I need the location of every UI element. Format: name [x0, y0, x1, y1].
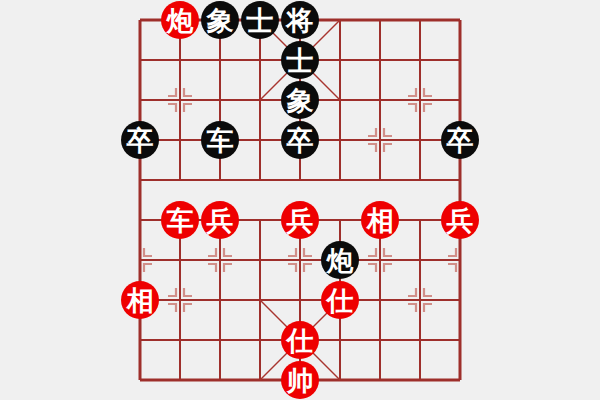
- board-cell: 车: [160, 200, 200, 240]
- board-cell: 车: [200, 120, 240, 160]
- board-cell: 士: [280, 40, 320, 80]
- piece-red-soldier[interactable]: 兵: [441, 201, 479, 239]
- board-cell: 帅: [280, 360, 320, 400]
- piece-red-elephant[interactable]: 相: [361, 201, 399, 239]
- piece-black-soldier[interactable]: 卒: [281, 121, 319, 159]
- piece-black-advisor[interactable]: 士: [241, 1, 279, 39]
- piece-grid: 炮象士将士象卒车卒卒车兵兵相兵炮相仕仕帅: [120, 0, 480, 400]
- board-cell: 相: [120, 280, 160, 320]
- piece-red-advisor[interactable]: 仕: [281, 321, 319, 359]
- piece-black-elephant[interactable]: 象: [201, 1, 239, 39]
- piece-red-soldier[interactable]: 兵: [281, 201, 319, 239]
- piece-red-general[interactable]: 帅: [281, 361, 319, 399]
- board-cell: 卒: [280, 120, 320, 160]
- board-cell: 士: [240, 0, 280, 40]
- xiangqi-board: 炮象士将士象卒车卒卒车兵兵相兵炮相仕仕帅: [0, 0, 600, 400]
- board-cell: 象: [280, 80, 320, 120]
- board-cell: 兵: [200, 200, 240, 240]
- board-cell: 象: [200, 0, 240, 40]
- piece-red-chariot[interactable]: 车: [161, 201, 199, 239]
- piece-red-cannon[interactable]: 炮: [161, 1, 199, 39]
- board-cell: 炮: [160, 0, 200, 40]
- piece-black-soldier[interactable]: 卒: [441, 121, 479, 159]
- board-cell: 相: [360, 200, 400, 240]
- board-cell: 卒: [440, 120, 480, 160]
- board-cell: 将: [280, 0, 320, 40]
- board-cell: 兵: [280, 200, 320, 240]
- piece-red-advisor[interactable]: 仕: [321, 281, 359, 319]
- piece-black-general[interactable]: 将: [281, 1, 319, 39]
- piece-black-soldier[interactable]: 卒: [121, 121, 159, 159]
- piece-black-elephant[interactable]: 象: [281, 81, 319, 119]
- board-cell: 炮: [320, 240, 360, 280]
- piece-black-chariot[interactable]: 车: [201, 121, 239, 159]
- board-cell: 兵: [440, 200, 480, 240]
- board-cell: 卒: [120, 120, 160, 160]
- board-cell: 仕: [320, 280, 360, 320]
- piece-black-cannon[interactable]: 炮: [321, 241, 359, 279]
- piece-black-advisor[interactable]: 士: [281, 41, 319, 79]
- piece-red-elephant[interactable]: 相: [121, 281, 159, 319]
- board-cell: 仕: [280, 320, 320, 360]
- piece-red-soldier[interactable]: 兵: [201, 201, 239, 239]
